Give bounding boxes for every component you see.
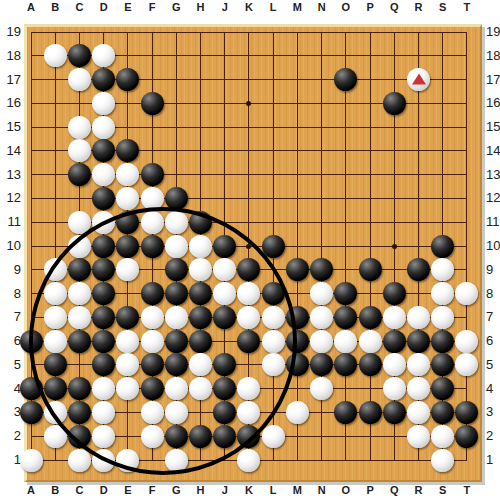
stone-white-B8[interactable] — [44, 282, 67, 305]
stone-white-E6[interactable] — [116, 330, 139, 353]
row-label-12-right: 12 — [486, 190, 500, 206]
stone-black-Q8[interactable] — [383, 282, 406, 305]
grid-line-vertical — [345, 32, 346, 460]
row-label-4-right: 4 — [486, 381, 500, 397]
row-label-18-right: 18 — [486, 48, 500, 64]
triangle-marker — [412, 73, 426, 84]
stone-black-D12[interactable] — [92, 187, 115, 210]
col-label-T-bottom: T — [455, 484, 479, 496]
stone-white-M3[interactable] — [286, 401, 309, 424]
grid-line-vertical — [297, 32, 298, 460]
col-label-S-bottom: S — [431, 484, 455, 496]
stone-black-P9[interactable] — [359, 258, 382, 281]
stone-white-L5[interactable] — [262, 353, 285, 376]
col-label-R-bottom: R — [407, 484, 431, 496]
stone-white-S1[interactable] — [431, 449, 454, 472]
col-label-N-bottom: N — [310, 484, 334, 496]
stone-black-F5[interactable] — [141, 353, 164, 376]
stone-white-F3[interactable] — [141, 401, 164, 424]
col-label-A-bottom: A — [19, 484, 43, 496]
stone-black-P3[interactable] — [359, 401, 382, 424]
stone-white-C17[interactable] — [68, 68, 91, 91]
col-label-P-bottom: P — [358, 484, 382, 496]
row-label-14-right: 14 — [486, 143, 500, 159]
col-label-G-bottom: G — [164, 484, 188, 496]
col-label-D-bottom: D — [92, 484, 116, 496]
stone-black-S10[interactable] — [431, 235, 454, 258]
grid-line-vertical — [466, 32, 467, 460]
stone-white-G7[interactable] — [165, 306, 188, 329]
col-label-S-top: S — [431, 1, 455, 13]
stone-white-E1[interactable] — [116, 449, 139, 472]
stone-white-D15[interactable] — [92, 116, 115, 139]
stone-black-Q6[interactable] — [383, 330, 406, 353]
stone-black-G2[interactable] — [165, 425, 188, 448]
stone-black-F13[interactable] — [141, 163, 164, 186]
stone-black-F4[interactable] — [141, 377, 164, 400]
col-label-A-top: A — [19, 1, 43, 13]
row-label-9-left: 9 — [1, 262, 21, 278]
col-label-L-top: L — [261, 1, 285, 13]
stone-black-E10[interactable] — [116, 235, 139, 258]
stone-black-L10[interactable] — [262, 235, 285, 258]
stone-white-S2[interactable] — [431, 425, 454, 448]
stone-black-J7[interactable] — [213, 306, 236, 329]
star-point — [392, 244, 397, 249]
row-label-7-right: 7 — [486, 309, 500, 325]
col-label-E-bottom: E — [116, 484, 140, 496]
stone-black-D7[interactable] — [92, 306, 115, 329]
stone-white-T6[interactable] — [455, 330, 478, 353]
col-label-O-top: O — [334, 1, 358, 13]
stone-black-F8[interactable] — [141, 282, 164, 305]
row-label-7-left: 7 — [1, 309, 21, 325]
row-label-8-left: 8 — [1, 286, 21, 302]
row-label-9-right: 9 — [486, 262, 500, 278]
row-label-3-left: 3 — [1, 404, 21, 420]
stone-white-S7[interactable] — [431, 306, 454, 329]
go-board-viewer: AA1919BB1818CC1717DD1616EE1515FF1414GG13… — [0, 0, 500, 500]
row-label-10-left: 10 — [1, 238, 21, 254]
stone-white-D16[interactable] — [92, 92, 115, 115]
stone-white-F6[interactable] — [141, 330, 164, 353]
stone-black-H7[interactable] — [189, 306, 212, 329]
stone-black-A6[interactable] — [20, 330, 43, 353]
stone-black-F10[interactable] — [141, 235, 164, 258]
stone-black-C6[interactable] — [68, 330, 91, 353]
stone-black-Q16[interactable] — [383, 92, 406, 115]
stone-black-H2[interactable] — [189, 425, 212, 448]
stone-white-D3[interactable] — [92, 401, 115, 424]
row-label-2-left: 2 — [1, 428, 21, 444]
stone-white-C11[interactable] — [68, 211, 91, 234]
stone-black-R6[interactable] — [407, 330, 430, 353]
stone-black-P5[interactable] — [359, 353, 382, 376]
stone-white-P6[interactable] — [359, 330, 382, 353]
row-label-13-right: 13 — [486, 167, 500, 183]
stone-black-A3[interactable] — [20, 401, 43, 424]
stone-black-M7[interactable] — [286, 306, 309, 329]
stone-white-C8[interactable] — [68, 282, 91, 305]
stone-white-F12[interactable] — [141, 187, 164, 210]
col-label-D-top: D — [92, 1, 116, 13]
stone-black-S6[interactable] — [431, 330, 454, 353]
row-label-3-right: 3 — [486, 404, 500, 420]
row-label-17-left: 17 — [1, 72, 21, 88]
stone-white-B6[interactable] — [44, 330, 67, 353]
stone-black-B4[interactable] — [44, 377, 67, 400]
row-label-11-right: 11 — [486, 214, 500, 230]
stone-black-J2[interactable] — [213, 425, 236, 448]
col-label-G-top: G — [164, 1, 188, 13]
row-label-19-right: 19 — [486, 24, 500, 40]
row-label-14-left: 14 — [1, 143, 21, 159]
col-label-E-top: E — [116, 1, 140, 13]
stone-white-H10[interactable] — [189, 235, 212, 258]
col-label-M-top: M — [285, 1, 309, 13]
stone-white-Q4[interactable] — [383, 377, 406, 400]
stone-white-F7[interactable] — [141, 306, 164, 329]
row-label-16-right: 16 — [486, 95, 500, 111]
stone-black-B5[interactable] — [44, 353, 67, 376]
stone-black-P7[interactable] — [359, 306, 382, 329]
row-label-1-right: 1 — [486, 452, 500, 468]
col-label-P-top: P — [358, 1, 382, 13]
row-label-17-right: 17 — [486, 72, 500, 88]
stone-white-Q7[interactable] — [383, 306, 406, 329]
stone-white-L6[interactable] — [262, 330, 285, 353]
row-label-19-left: 19 — [1, 24, 21, 40]
stone-white-D1[interactable] — [92, 449, 115, 472]
row-label-2-right: 2 — [486, 428, 500, 444]
stone-black-G9[interactable] — [165, 258, 188, 281]
stone-black-C4[interactable] — [68, 377, 91, 400]
stone-white-R3[interactable] — [407, 401, 430, 424]
col-label-B-bottom: B — [43, 484, 67, 496]
col-label-F-top: F — [140, 1, 164, 13]
row-label-10-right: 10 — [486, 238, 500, 254]
col-label-Q-top: Q — [382, 1, 406, 13]
col-label-K-bottom: K — [237, 484, 261, 496]
stone-white-D11[interactable] — [92, 211, 115, 234]
stone-white-B7[interactable] — [44, 306, 67, 329]
stone-white-B9[interactable] — [44, 258, 67, 281]
col-label-R-top: R — [407, 1, 431, 13]
stone-white-C15[interactable] — [68, 116, 91, 139]
stone-white-N6[interactable] — [310, 330, 333, 353]
row-label-1-left: 1 — [1, 452, 21, 468]
stone-white-B2[interactable] — [44, 425, 67, 448]
stone-white-C10[interactable] — [68, 235, 91, 258]
stone-white-B3[interactable] — [44, 401, 67, 424]
col-label-J-bottom: J — [213, 484, 237, 496]
row-label-13-left: 13 — [1, 167, 21, 183]
stone-black-G6[interactable] — [165, 330, 188, 353]
stone-black-L8[interactable] — [262, 282, 285, 305]
stone-white-O6[interactable] — [334, 330, 357, 353]
row-label-4-left: 4 — [1, 381, 21, 397]
stone-white-C7[interactable] — [68, 306, 91, 329]
row-label-12-left: 12 — [1, 190, 21, 206]
col-label-H-bottom: H — [189, 484, 213, 496]
col-label-N-top: N — [310, 1, 334, 13]
col-label-H-top: H — [189, 1, 213, 13]
row-label-6-right: 6 — [486, 333, 500, 349]
stone-black-K6[interactable] — [237, 330, 260, 353]
stone-black-Q3[interactable] — [383, 401, 406, 424]
stone-black-J10[interactable] — [213, 235, 236, 258]
stone-white-G10[interactable] — [165, 235, 188, 258]
row-label-6-left: 6 — [1, 333, 21, 349]
stone-black-H8[interactable] — [189, 282, 212, 305]
stone-black-G12[interactable] — [165, 187, 188, 210]
col-label-M-bottom: M — [285, 484, 309, 496]
stone-white-G11[interactable] — [165, 211, 188, 234]
row-label-5-right: 5 — [486, 357, 500, 373]
col-label-B-top: B — [43, 1, 67, 13]
stone-black-H11[interactable] — [189, 211, 212, 234]
stone-white-G4[interactable] — [165, 377, 188, 400]
stone-white-R17[interactable] — [407, 68, 430, 91]
col-label-F-bottom: F — [140, 484, 164, 496]
stone-black-G8[interactable] — [165, 282, 188, 305]
stone-white-A1[interactable] — [20, 449, 43, 472]
row-label-15-right: 15 — [486, 119, 500, 135]
col-label-T-top: T — [455, 1, 479, 13]
row-label-15-left: 15 — [1, 119, 21, 135]
col-label-J-top: J — [213, 1, 237, 13]
stone-white-C1[interactable] — [68, 449, 91, 472]
stone-black-C2[interactable] — [68, 425, 91, 448]
stone-white-K1[interactable] — [237, 449, 260, 472]
stone-white-F2[interactable] — [141, 425, 164, 448]
stone-white-G3[interactable] — [165, 401, 188, 424]
stone-black-C3[interactable] — [68, 401, 91, 424]
row-label-11-left: 11 — [1, 214, 21, 230]
stone-white-L2[interactable] — [262, 425, 285, 448]
stone-white-R7[interactable] — [407, 306, 430, 329]
stone-black-M6[interactable] — [286, 330, 309, 353]
row-label-16-left: 16 — [1, 95, 21, 111]
col-label-L-bottom: L — [261, 484, 285, 496]
stone-white-N7[interactable] — [310, 306, 333, 329]
col-label-C-bottom: C — [67, 484, 91, 496]
stone-white-R2[interactable] — [407, 425, 430, 448]
stone-black-C13[interactable] — [68, 163, 91, 186]
stone-white-B18[interactable] — [44, 44, 67, 67]
stone-black-F16[interactable] — [141, 92, 164, 115]
stone-white-L7[interactable] — [262, 306, 285, 329]
stone-black-H6[interactable] — [189, 330, 212, 353]
row-label-18-left: 18 — [1, 48, 21, 64]
row-label-5-left: 5 — [1, 357, 21, 373]
col-label-K-top: K — [237, 1, 261, 13]
col-label-Q-bottom: Q — [382, 484, 406, 496]
stone-black-D10[interactable] — [92, 235, 115, 258]
stone-white-F11[interactable] — [141, 211, 164, 234]
stone-black-E11[interactable] — [116, 211, 139, 234]
stone-black-D6[interactable] — [92, 330, 115, 353]
stone-white-G1[interactable] — [165, 449, 188, 472]
grid-line-vertical — [370, 32, 371, 460]
stone-black-A4[interactable] — [20, 377, 43, 400]
stone-white-D2[interactable] — [92, 425, 115, 448]
row-label-8-right: 8 — [486, 286, 500, 302]
col-label-C-top: C — [67, 1, 91, 13]
col-label-O-bottom: O — [334, 484, 358, 496]
